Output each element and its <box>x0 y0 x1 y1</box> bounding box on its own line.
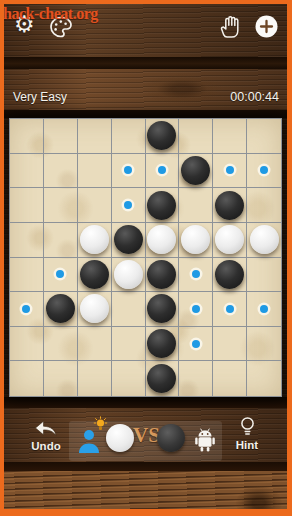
board-cell-f4 <box>179 223 213 258</box>
board-cell-e8 <box>146 361 180 396</box>
board-cell-c2[interactable] <box>78 154 112 189</box>
legal-move-dot[interactable] <box>260 305 268 313</box>
board-cell-c4 <box>78 223 112 258</box>
board-cell-c6 <box>78 292 112 327</box>
board-cell-b5[interactable] <box>44 258 78 293</box>
wood-plank <box>0 471 292 516</box>
watermark: hack-cheat.org <box>3 5 98 23</box>
board-cell-a8[interactable] <box>10 361 44 396</box>
board-cell-a5[interactable] <box>10 258 44 293</box>
board-cell-g8[interactable] <box>213 361 247 396</box>
board-cell-h3[interactable] <box>247 188 281 223</box>
board-cell-h8[interactable] <box>247 361 281 396</box>
board-cell-f6[interactable] <box>179 292 213 327</box>
board-cell-b3[interactable] <box>44 188 78 223</box>
turn-indicator-bulb-icon <box>93 416 108 432</box>
board-cell-a3[interactable] <box>10 188 44 223</box>
game-timer: 00:00:44 <box>230 90 279 104</box>
black-stone <box>147 294 176 323</box>
board-cell-g6[interactable] <box>213 292 247 327</box>
board-cell-a6[interactable] <box>10 292 44 327</box>
legal-move-dot[interactable] <box>192 270 200 278</box>
plank-seam <box>0 110 292 118</box>
board-cell-d8[interactable] <box>112 361 146 396</box>
undo-arrow-icon <box>33 419 60 438</box>
white-stone <box>80 225 109 254</box>
legal-move-dot[interactable] <box>124 166 132 174</box>
hint-button[interactable]: Hint <box>227 416 267 451</box>
white-player-stone <box>106 424 134 452</box>
board-cell-e4 <box>146 223 180 258</box>
board-cell-f3[interactable] <box>179 188 213 223</box>
white-stone <box>80 294 109 323</box>
board-cell-c3[interactable] <box>78 188 112 223</box>
white-stone <box>215 225 244 254</box>
board-cell-e1 <box>146 119 180 154</box>
board-cell-d6[interactable] <box>112 292 146 327</box>
board-cell-c8[interactable] <box>78 361 112 396</box>
board-cell-b4[interactable] <box>44 223 78 258</box>
othello-board <box>9 118 282 397</box>
vs-label: VS <box>133 423 160 448</box>
board-cell-g1[interactable] <box>213 119 247 154</box>
black-stone <box>147 364 176 393</box>
board-cell-d7[interactable] <box>112 327 146 362</box>
board-cell-d3[interactable] <box>112 188 146 223</box>
board-cell-d5 <box>112 258 146 293</box>
board-cell-e3 <box>146 188 180 223</box>
undo-label: Undo <box>22 440 70 452</box>
legal-move-dot[interactable] <box>260 166 268 174</box>
board-cell-g5 <box>213 258 247 293</box>
board-cell-b8[interactable] <box>44 361 78 396</box>
board-cell-b1[interactable] <box>44 119 78 154</box>
board-cell-d4 <box>112 223 146 258</box>
white-stone <box>250 225 279 254</box>
board-cell-f8[interactable] <box>179 361 213 396</box>
board-cell-c1[interactable] <box>78 119 112 154</box>
black-stone <box>46 294 75 323</box>
board-cell-h2[interactable] <box>247 154 281 189</box>
plank-seam <box>0 462 292 471</box>
board-cell-d1[interactable] <box>112 119 146 154</box>
board-cell-e5 <box>146 258 180 293</box>
board-cell-c7[interactable] <box>78 327 112 362</box>
undo-button[interactable]: Undo <box>22 419 70 452</box>
plus-new-game-icon[interactable] <box>255 15 278 38</box>
plank-seam <box>0 397 292 408</box>
legal-move-dot[interactable] <box>226 166 234 174</box>
white-stone <box>147 225 176 254</box>
board-cell-f5[interactable] <box>179 258 213 293</box>
legal-move-dot[interactable] <box>22 305 30 313</box>
legal-move-dot[interactable] <box>124 201 132 209</box>
black-stone <box>147 260 176 289</box>
board-cell-f2 <box>179 154 213 189</box>
board-cell-e2[interactable] <box>146 154 180 189</box>
board-cell-b6 <box>44 292 78 327</box>
black-stone <box>114 225 143 254</box>
board-cell-a4[interactable] <box>10 223 44 258</box>
board-cell-a1[interactable] <box>10 119 44 154</box>
black-player-stone <box>157 424 185 452</box>
board-cell-h7[interactable] <box>247 327 281 362</box>
hand-tool-icon[interactable] <box>219 15 243 39</box>
board-cell-a7[interactable] <box>10 327 44 362</box>
black-stone <box>181 156 210 185</box>
board-cell-e7 <box>146 327 180 362</box>
board-cell-g3 <box>213 188 247 223</box>
legal-move-dot[interactable] <box>158 166 166 174</box>
board-cell-b2[interactable] <box>44 154 78 189</box>
black-stone <box>147 121 176 150</box>
hint-label: Hint <box>227 439 267 451</box>
game-screen: ⚙ hack-cheat.org Very Easy 00:00:44 Undo <box>0 0 292 516</box>
black-stone <box>147 191 176 220</box>
board-cell-g2[interactable] <box>213 154 247 189</box>
legal-move-dot[interactable] <box>226 305 234 313</box>
plank-seam <box>0 57 292 69</box>
board-cell-h1[interactable] <box>247 119 281 154</box>
board-cell-a2[interactable] <box>10 154 44 189</box>
board-cell-f7[interactable] <box>179 327 213 362</box>
board-cell-h6[interactable] <box>247 292 281 327</box>
board-cell-c5 <box>78 258 112 293</box>
board-cell-h4 <box>247 223 281 258</box>
board-cell-d2[interactable] <box>112 154 146 189</box>
board-cell-f1[interactable] <box>179 119 213 154</box>
board-cell-h5[interactable] <box>247 258 281 293</box>
legal-move-dot[interactable] <box>56 270 64 278</box>
legal-move-dot[interactable] <box>192 340 200 348</box>
difficulty-label: Very Easy <box>13 90 67 104</box>
black-stone <box>147 329 176 358</box>
hint-bulb-icon <box>238 416 257 437</box>
white-stone <box>114 260 143 289</box>
board-cell-e6 <box>146 292 180 327</box>
black-stone <box>215 260 244 289</box>
white-stone <box>181 225 210 254</box>
legal-move-dot[interactable] <box>192 305 200 313</box>
black-stone <box>80 260 109 289</box>
black-stone <box>215 191 244 220</box>
board-cell-g4 <box>213 223 247 258</box>
board-cell-b7[interactable] <box>44 327 78 362</box>
android-cpu-icon <box>194 428 216 452</box>
board-cell-g7[interactable] <box>213 327 247 362</box>
